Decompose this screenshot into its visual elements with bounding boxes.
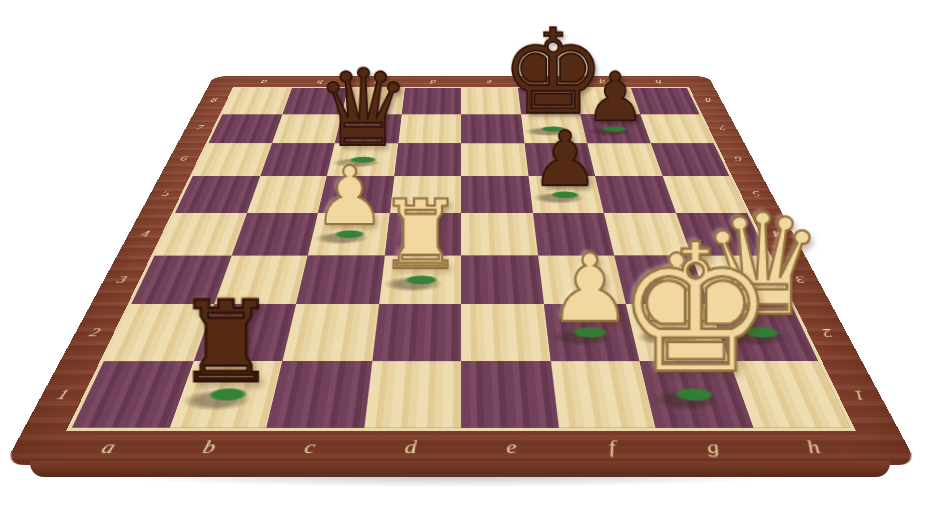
coordinate-label-c: c bbox=[347, 76, 405, 87]
piece-white-king-g1: ♚ bbox=[508, 220, 883, 398]
piece-black-rook-b1: ♜ bbox=[39, 285, 414, 398]
coordinate-label-a: a bbox=[233, 76, 294, 87]
coordinate-label-d: d bbox=[404, 76, 461, 87]
coordinate-label-b: b bbox=[290, 76, 350, 87]
coordinate-label-h: h bbox=[628, 76, 689, 87]
photo-stage: abcdefgh abcdefgh 87654321 87654321 ♚♟♛♟… bbox=[0, 0, 926, 517]
square-b1: ♜ bbox=[169, 361, 282, 428]
ground-shadow bbox=[22, 474, 880, 492]
file-labels-far: abcdefgh bbox=[233, 76, 689, 87]
coordinate-label-e: e bbox=[461, 76, 518, 87]
coordinate-label-g: g bbox=[572, 76, 632, 87]
chessboard: abcdefgh abcdefgh 87654321 87654321 ♚♟♛♟… bbox=[4, 76, 918, 465]
coordinate-label-f: f bbox=[517, 76, 575, 87]
square-g1: ♚ bbox=[639, 361, 752, 428]
board-scene: abcdefgh abcdefgh 87654321 87654321 ♚♟♛♟… bbox=[0, 0, 926, 517]
